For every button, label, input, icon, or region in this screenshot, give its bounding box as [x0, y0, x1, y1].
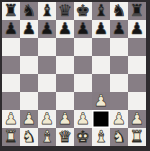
piece-white-pawn[interactable]: ♟ [74, 110, 92, 128]
square-h1[interactable]: ♜ [128, 128, 146, 146]
square-c6[interactable] [38, 38, 56, 56]
square-c8[interactable]: ♝ [38, 2, 56, 20]
square-h6[interactable] [128, 38, 146, 56]
square-g1[interactable]: ♞ [110, 128, 128, 146]
square-d3[interactable] [56, 92, 74, 110]
square-f3[interactable]: ♟ [92, 92, 110, 110]
chess-board: ♜♞♝♛♚♝♞♜♟♟♟♟♟♟♟♟♟♟♟♟♟♟♟♟♜♞♝♛♚♝♞♜ [2, 2, 146, 146]
piece-black-pawn[interactable]: ♟ [92, 20, 110, 38]
piece-white-pawn[interactable]: ♟ [56, 110, 74, 128]
piece-white-knight[interactable]: ♞ [20, 128, 38, 146]
square-g4[interactable] [110, 74, 128, 92]
square-g5[interactable] [110, 56, 128, 74]
square-f6[interactable] [92, 38, 110, 56]
square-b6[interactable] [20, 38, 38, 56]
piece-white-bishop[interactable]: ♝ [92, 128, 110, 146]
piece-white-queen[interactable]: ♛ [56, 128, 74, 146]
piece-white-pawn[interactable]: ♟ [38, 110, 56, 128]
square-a4[interactable] [2, 74, 20, 92]
piece-black-pawn[interactable]: ♟ [110, 20, 128, 38]
square-h2[interactable]: ♟ [128, 110, 146, 128]
square-d2[interactable]: ♟ [56, 110, 74, 128]
square-e4[interactable] [74, 74, 92, 92]
piece-black-queen[interactable]: ♛ [56, 2, 74, 20]
square-g6[interactable] [110, 38, 128, 56]
square-f1[interactable]: ♝ [92, 128, 110, 146]
piece-white-king[interactable]: ♚ [74, 128, 92, 146]
square-b4[interactable] [20, 74, 38, 92]
square-f4[interactable] [92, 74, 110, 92]
square-e6[interactable] [74, 38, 92, 56]
piece-black-bishop[interactable]: ♝ [92, 2, 110, 20]
piece-white-pawn[interactable]: ♟ [110, 110, 128, 128]
piece-white-pawn[interactable]: ♟ [20, 110, 38, 128]
square-a6[interactable] [2, 38, 20, 56]
square-d7[interactable]: ♟ [56, 20, 74, 38]
square-d8[interactable]: ♛ [56, 2, 74, 20]
piece-black-pawn[interactable]: ♟ [74, 20, 92, 38]
square-d5[interactable] [56, 56, 74, 74]
square-e1[interactable]: ♚ [74, 128, 92, 146]
square-d1[interactable]: ♛ [56, 128, 74, 146]
square-g8[interactable]: ♞ [110, 2, 128, 20]
square-h4[interactable] [128, 74, 146, 92]
square-b3[interactable] [20, 92, 38, 110]
square-b5[interactable] [20, 56, 38, 74]
square-a8[interactable]: ♜ [2, 2, 20, 20]
square-a2[interactable]: ♟ [2, 110, 20, 128]
square-f7[interactable]: ♟ [92, 20, 110, 38]
piece-black-pawn[interactable]: ♟ [128, 20, 146, 38]
piece-black-king[interactable]: ♚ [74, 2, 92, 20]
piece-black-pawn[interactable]: ♟ [20, 20, 38, 38]
square-g2[interactable]: ♟ [110, 110, 128, 128]
square-d4[interactable] [56, 74, 74, 92]
piece-white-rook[interactable]: ♜ [128, 128, 146, 146]
square-e5[interactable] [74, 56, 92, 74]
square-c1[interactable]: ♝ [38, 128, 56, 146]
piece-black-knight[interactable]: ♞ [110, 2, 128, 20]
square-c5[interactable] [38, 56, 56, 74]
square-b8[interactable]: ♞ [20, 2, 38, 20]
square-a3[interactable] [2, 92, 20, 110]
square-c7[interactable]: ♟ [38, 20, 56, 38]
square-c3[interactable] [38, 92, 56, 110]
square-f5[interactable] [92, 56, 110, 74]
piece-white-pawn[interactable]: ♟ [92, 92, 110, 110]
square-c4[interactable] [38, 74, 56, 92]
square-g7[interactable]: ♟ [110, 20, 128, 38]
piece-black-bishop[interactable]: ♝ [38, 2, 56, 20]
square-a1[interactable]: ♜ [2, 128, 20, 146]
square-b7[interactable]: ♟ [20, 20, 38, 38]
square-d6[interactable] [56, 38, 74, 56]
piece-black-pawn[interactable]: ♟ [2, 20, 20, 38]
piece-white-pawn[interactable]: ♟ [128, 110, 146, 128]
square-c2[interactable]: ♟ [38, 110, 56, 128]
piece-white-knight[interactable]: ♞ [110, 128, 128, 146]
square-f2[interactable] [92, 110, 110, 128]
square-b2[interactable]: ♟ [20, 110, 38, 128]
square-h7[interactable]: ♟ [128, 20, 146, 38]
board-frame: ♜♞♝♛♚♝♞♜♟♟♟♟♟♟♟♟♟♟♟♟♟♟♟♟♜♞♝♛♚♝♞♜ [0, 0, 150, 151]
square-e7[interactable]: ♟ [74, 20, 92, 38]
square-e2[interactable]: ♟ [74, 110, 92, 128]
square-h8[interactable]: ♜ [128, 2, 146, 20]
piece-black-pawn[interactable]: ♟ [38, 20, 56, 38]
square-e8[interactable]: ♚ [74, 2, 92, 20]
square-h5[interactable] [128, 56, 146, 74]
square-g3[interactable] [110, 92, 128, 110]
piece-black-rook[interactable]: ♜ [2, 2, 20, 20]
piece-black-pawn[interactable]: ♟ [56, 20, 74, 38]
piece-white-pawn[interactable]: ♟ [2, 110, 20, 128]
piece-white-bishop[interactable]: ♝ [38, 128, 56, 146]
square-e3[interactable] [74, 92, 92, 110]
square-h3[interactable] [128, 92, 146, 110]
square-a5[interactable] [2, 56, 20, 74]
piece-black-knight[interactable]: ♞ [20, 2, 38, 20]
square-b1[interactable]: ♞ [20, 128, 38, 146]
piece-black-rook[interactable]: ♜ [128, 2, 146, 20]
piece-white-rook[interactable]: ♜ [2, 128, 20, 146]
square-a7[interactable]: ♟ [2, 20, 20, 38]
square-f8[interactable]: ♝ [92, 2, 110, 20]
